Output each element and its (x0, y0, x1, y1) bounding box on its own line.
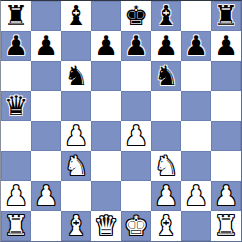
square-f8[interactable]: ♝ (151, 1, 181, 31)
square-g6[interactable] (181, 61, 211, 91)
white-king[interactable]: ♚ (124, 212, 148, 239)
square-e3[interactable] (121, 151, 151, 181)
square-f2[interactable]: ♟ (151, 181, 181, 211)
square-f3[interactable]: ♞ (151, 151, 181, 181)
white-pawn[interactable]: ♟ (154, 182, 178, 209)
black-queen[interactable]: ♛ (4, 92, 28, 119)
square-h2[interactable]: ♟ (211, 181, 241, 211)
square-h5[interactable] (211, 91, 241, 121)
square-b7[interactable]: ♟ (31, 31, 61, 61)
square-b4[interactable] (31, 121, 61, 151)
square-f7[interactable]: ♟ (151, 31, 181, 61)
square-b5[interactable] (31, 91, 61, 121)
square-g3[interactable] (181, 151, 211, 181)
square-c7[interactable] (61, 31, 91, 61)
square-d7[interactable]: ♟ (91, 31, 121, 61)
black-rook[interactable]: ♜ (214, 2, 238, 29)
black-bishop[interactable]: ♝ (154, 2, 178, 29)
black-pawn[interactable]: ♟ (184, 32, 208, 59)
square-c8[interactable]: ♝ (61, 1, 91, 31)
square-d6[interactable] (91, 61, 121, 91)
black-bishop[interactable]: ♝ (64, 2, 88, 29)
white-queen[interactable]: ♛ (94, 212, 118, 239)
square-e8[interactable]: ♚ (121, 1, 151, 31)
square-c1[interactable]: ♝ (61, 211, 91, 241)
square-a4[interactable] (1, 121, 31, 151)
black-knight[interactable]: ♞ (64, 62, 88, 89)
square-f5[interactable] (151, 91, 181, 121)
black-rook[interactable]: ♜ (4, 2, 28, 29)
black-pawn[interactable]: ♟ (4, 32, 28, 59)
square-d1[interactable]: ♛ (91, 211, 121, 241)
square-b6[interactable] (31, 61, 61, 91)
white-pawn[interactable]: ♟ (214, 182, 238, 209)
square-h3[interactable] (211, 151, 241, 181)
square-g2[interactable]: ♟ (181, 181, 211, 211)
square-a3[interactable] (1, 151, 31, 181)
black-pawn[interactable]: ♟ (154, 32, 178, 59)
square-a8[interactable]: ♜ (1, 1, 31, 31)
square-g1[interactable] (181, 211, 211, 241)
square-g5[interactable] (181, 91, 211, 121)
square-d2[interactable] (91, 181, 121, 211)
square-g7[interactable]: ♟ (181, 31, 211, 61)
white-pawn[interactable]: ♟ (34, 182, 58, 209)
square-e6[interactable] (121, 61, 151, 91)
square-c2[interactable] (61, 181, 91, 211)
white-pawn[interactable]: ♟ (4, 182, 28, 209)
square-e4[interactable]: ♟ (121, 121, 151, 151)
square-h1[interactable]: ♜ (211, 211, 241, 241)
square-d4[interactable] (91, 121, 121, 151)
square-b1[interactable] (31, 211, 61, 241)
square-h6[interactable] (211, 61, 241, 91)
square-g8[interactable] (181, 1, 211, 31)
square-e7[interactable]: ♟ (121, 31, 151, 61)
square-f4[interactable] (151, 121, 181, 151)
chess-board-grid: ♜♝♚♝♜♟♟♟♟♟♟♟♞♞♛♟♟♞♞♟♟♟♟♟♜♝♛♚♝♜ (1, 1, 241, 241)
white-pawn[interactable]: ♟ (64, 122, 88, 149)
square-a5[interactable]: ♛ (1, 91, 31, 121)
square-d8[interactable] (91, 1, 121, 31)
square-h8[interactable]: ♜ (211, 1, 241, 31)
square-b3[interactable] (31, 151, 61, 181)
square-a6[interactable] (1, 61, 31, 91)
square-b2[interactable]: ♟ (31, 181, 61, 211)
black-pawn[interactable]: ♟ (124, 32, 148, 59)
square-a2[interactable]: ♟ (1, 181, 31, 211)
white-rook[interactable]: ♜ (4, 212, 28, 239)
square-e5[interactable] (121, 91, 151, 121)
white-bishop[interactable]: ♝ (64, 212, 88, 239)
black-pawn[interactable]: ♟ (34, 32, 58, 59)
black-pawn[interactable]: ♟ (214, 32, 238, 59)
square-a1[interactable]: ♜ (1, 211, 31, 241)
chess-board: ♜♝♚♝♜♟♟♟♟♟♟♟♞♞♛♟♟♞♞♟♟♟♟♟♜♝♛♚♝♜ (0, 0, 242, 242)
square-c4[interactable]: ♟ (61, 121, 91, 151)
square-c6[interactable]: ♞ (61, 61, 91, 91)
square-d5[interactable] (91, 91, 121, 121)
white-bishop[interactable]: ♝ (154, 212, 178, 239)
square-c5[interactable] (61, 91, 91, 121)
square-h7[interactable]: ♟ (211, 31, 241, 61)
white-knight[interactable]: ♞ (64, 152, 88, 179)
square-c3[interactable]: ♞ (61, 151, 91, 181)
white-pawn[interactable]: ♟ (124, 122, 148, 149)
square-e2[interactable] (121, 181, 151, 211)
square-a7[interactable]: ♟ (1, 31, 31, 61)
white-knight[interactable]: ♞ (154, 152, 178, 179)
black-pawn[interactable]: ♟ (94, 32, 118, 59)
white-pawn[interactable]: ♟ (184, 182, 208, 209)
square-g4[interactable] (181, 121, 211, 151)
square-h4[interactable] (211, 121, 241, 151)
square-b8[interactable] (31, 1, 61, 31)
square-d3[interactable] (91, 151, 121, 181)
black-knight[interactable]: ♞ (154, 62, 178, 89)
white-rook[interactable]: ♜ (214, 212, 238, 239)
square-f1[interactable]: ♝ (151, 211, 181, 241)
black-king[interactable]: ♚ (124, 2, 148, 29)
square-e1[interactable]: ♚ (121, 211, 151, 241)
square-f6[interactable]: ♞ (151, 61, 181, 91)
